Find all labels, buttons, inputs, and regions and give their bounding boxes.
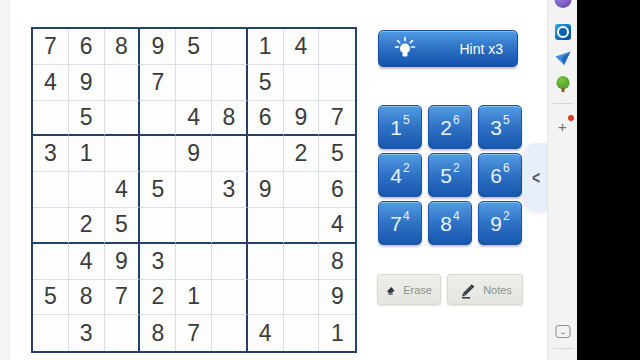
cell-r2c1[interactable]: 4 — [33, 65, 69, 101]
sidebar-divider-bottom — [553, 348, 573, 349]
cell-r2c5[interactable] — [176, 65, 212, 101]
cell-r9c9[interactable]: 1 — [319, 315, 355, 351]
eraser-icon — [386, 281, 396, 299]
cell-r8c6[interactable] — [212, 280, 248, 316]
cell-r1c3[interactable]: 8 — [105, 29, 141, 65]
pencil-icon — [458, 281, 476, 299]
cell-r8c7[interactable] — [248, 280, 284, 316]
cell-r9c3[interactable] — [105, 315, 141, 351]
cell-r7c7[interactable] — [248, 244, 284, 280]
cell-r9c1[interactable] — [33, 315, 69, 351]
number-pad: 152635425266748492 — [378, 105, 522, 245]
cell-r7c8[interactable] — [284, 244, 320, 280]
cell-r2c8[interactable] — [284, 65, 320, 101]
cell-r5c8[interactable] — [284, 172, 320, 208]
numpad-6[interactable]: 66 — [478, 153, 522, 197]
notes-button[interactable]: Notes — [447, 274, 523, 305]
numpad-9[interactable]: 92 — [478, 201, 522, 245]
cell-r3c9[interactable]: 7 — [319, 101, 355, 137]
cell-r9c7[interactable]: 4 — [248, 315, 284, 351]
cell-r1c5[interactable]: 5 — [176, 29, 212, 65]
cell-r4c9[interactable]: 5 — [319, 136, 355, 172]
cell-r2c9[interactable] — [319, 65, 355, 101]
cell-r1c4[interactable]: 9 — [140, 29, 176, 65]
cell-r2c7[interactable]: 5 — [248, 65, 284, 101]
cell-r3c3[interactable] — [105, 101, 141, 137]
cell-r7c6[interactable] — [212, 244, 248, 280]
cell-r6c3[interactable]: 5 — [105, 208, 141, 244]
cell-r1c6[interactable] — [212, 29, 248, 65]
cell-r7c1[interactable] — [33, 244, 69, 280]
numpad-1[interactable]: 15 — [378, 105, 422, 149]
cell-r4c3[interactable] — [105, 136, 141, 172]
cell-r6c5[interactable] — [176, 208, 212, 244]
cell-r5c7[interactable]: 9 — [248, 172, 284, 208]
numpad-3[interactable]: 35 — [478, 105, 522, 149]
cell-r3c6[interactable]: 8 — [212, 101, 248, 137]
cell-r3c8[interactable]: 9 — [284, 101, 320, 137]
cell-r1c1[interactable]: 7 — [33, 29, 69, 65]
cell-r6c1[interactable] — [33, 208, 69, 244]
cell-r8c8[interactable] — [284, 280, 320, 316]
cell-r2c4[interactable]: 7 — [140, 65, 176, 101]
feedback-icon[interactable] — [555, 325, 570, 338]
cell-r9c6[interactable] — [212, 315, 248, 351]
cell-r6c7[interactable] — [248, 208, 284, 244]
hint-button[interactable]: Hint x3 — [378, 30, 518, 67]
cell-r5c3[interactable]: 4 — [105, 172, 141, 208]
cell-r8c4[interactable]: 2 — [140, 280, 176, 316]
cell-r3c4[interactable] — [140, 101, 176, 137]
notes-label: Notes — [483, 284, 512, 296]
cell-r5c5[interactable] — [176, 172, 212, 208]
collapsed-panel-area — [577, 0, 640, 360]
cell-r1c2[interactable]: 6 — [69, 29, 105, 65]
cell-r4c1[interactable]: 3 — [33, 136, 69, 172]
cell-r9c5[interactable]: 7 — [176, 315, 212, 351]
numpad-4[interactable]: 42 — [378, 153, 422, 197]
cell-r6c6[interactable] — [212, 208, 248, 244]
cell-r1c8[interactable]: 4 — [284, 29, 320, 65]
tool-buttons: Erase Notes — [377, 274, 523, 305]
cell-r7c5[interactable] — [176, 244, 212, 280]
cell-r3c5[interactable]: 4 — [176, 101, 212, 137]
cell-r6c2[interactable]: 2 — [69, 208, 105, 244]
left-edge-strip — [0, 0, 10, 360]
cell-r4c2[interactable]: 1 — [69, 136, 105, 172]
cell-r4c4[interactable] — [140, 136, 176, 172]
cell-r1c7[interactable]: 1 — [248, 29, 284, 65]
outlook-icon[interactable] — [555, 24, 571, 40]
cell-r6c4[interactable] — [140, 208, 176, 244]
cell-r8c2[interactable]: 8 — [69, 280, 105, 316]
paper-plane-icon[interactable] — [555, 51, 571, 66]
cell-r3c1[interactable] — [33, 101, 69, 137]
cell-r9c4[interactable]: 8 — [140, 315, 176, 351]
cell-r7c4[interactable]: 3 — [140, 244, 176, 280]
numpad-8[interactable]: 84 — [428, 201, 472, 245]
cell-r8c3[interactable]: 7 — [105, 280, 141, 316]
numpad-5[interactable]: 52 — [428, 153, 472, 197]
sudoku-app: 7689514497554869731925453962544938587219… — [0, 0, 640, 360]
chevron-left-icon: < — [532, 167, 540, 188]
cell-r2c2[interactable]: 9 — [69, 65, 105, 101]
cell-r6c8[interactable] — [284, 208, 320, 244]
cell-r6c9[interactable]: 4 — [319, 208, 355, 244]
erase-button[interactable]: Erase — [377, 274, 441, 305]
cell-r3c2[interactable]: 5 — [69, 101, 105, 137]
sidebar-collapse-tab[interactable]: < — [523, 143, 549, 211]
cell-r7c9[interactable]: 8 — [319, 244, 355, 280]
cell-r2c3[interactable] — [105, 65, 141, 101]
cell-r9c2[interactable]: 3 — [69, 315, 105, 351]
cell-r7c2[interactable]: 4 — [69, 244, 105, 280]
tree-icon[interactable] — [556, 76, 569, 92]
lightbulb-icon — [392, 36, 418, 62]
cell-r5c4[interactable]: 5 — [140, 172, 176, 208]
numpad-7[interactable]: 74 — [378, 201, 422, 245]
cell-r9c8[interactable] — [284, 315, 320, 351]
cell-r2c6[interactable] — [212, 65, 248, 101]
edge-sidebar: + — [547, 0, 577, 360]
cell-r3c7[interactable]: 6 — [248, 101, 284, 137]
plus-icon: + — [558, 118, 567, 135]
cell-r1c9[interactable] — [319, 29, 355, 65]
app-icon-partial[interactable] — [554, 0, 571, 8]
cell-r4c8[interactable]: 2 — [284, 136, 320, 172]
hint-label: Hint x3 — [459, 41, 503, 57]
cell-r8c9[interactable]: 9 — [319, 280, 355, 316]
cell-r5c6[interactable]: 3 — [212, 172, 248, 208]
sudoku-board: 7689514497554869731925453962544938587219… — [31, 27, 357, 353]
cell-r7c3[interactable]: 9 — [105, 244, 141, 280]
cell-r8c1[interactable]: 5 — [33, 280, 69, 316]
cell-r5c2[interactable] — [69, 172, 105, 208]
cell-r4c6[interactable] — [212, 136, 248, 172]
cell-r5c9[interactable]: 6 — [319, 172, 355, 208]
notification-dot — [568, 115, 574, 121]
erase-label: Erase — [403, 284, 432, 296]
numpad-2[interactable]: 26 — [428, 105, 472, 149]
cell-r5c1[interactable] — [33, 172, 69, 208]
cell-r4c5[interactable]: 9 — [176, 136, 212, 172]
cell-r8c5[interactable]: 1 — [176, 280, 212, 316]
sidebar-divider-top — [553, 103, 573, 104]
add-sidebar-button[interactable]: + — [553, 116, 573, 136]
cell-r4c7[interactable] — [248, 136, 284, 172]
